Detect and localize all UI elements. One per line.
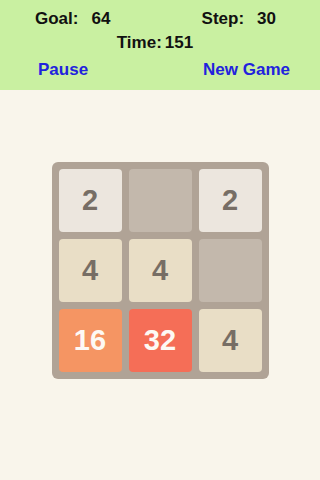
tile-number: 2	[222, 184, 238, 217]
tile-number: 32	[144, 324, 176, 357]
buttons-row: Pause New Game	[0, 53, 320, 80]
time-label: Time:	[117, 33, 162, 52]
app-screen: Goal:64 Step:30 Time:151 Pause New Game …	[0, 0, 320, 480]
stats-row: Goal:64 Step:30	[0, 0, 320, 29]
tile-r2c1: 4	[59, 239, 122, 302]
tile-r3c3: 4	[199, 309, 262, 372]
tile-r1c3: 2	[199, 169, 262, 232]
tile-r3c2: 32	[129, 309, 192, 372]
tile-number: 2	[82, 184, 98, 217]
new-game-button[interactable]: New Game	[203, 60, 290, 80]
goal-value: 64	[91, 9, 110, 28]
tile-number: 4	[82, 254, 98, 287]
tile-number: 4	[152, 254, 168, 287]
game-board[interactable]: 2 2 4 4 16 32 4	[52, 162, 269, 379]
goal-stat: Goal:64	[35, 9, 110, 29]
header: Goal:64 Step:30 Time:151 Pause New Game	[0, 0, 320, 90]
time-stat: Time:151	[0, 33, 315, 53]
step-stat: Step:30	[202, 9, 276, 29]
goal-label: Goal:	[35, 9, 78, 28]
tile-r2c3	[199, 239, 262, 302]
time-value: 151	[165, 33, 193, 52]
tile-number: 4	[222, 324, 238, 357]
step-value: 30	[257, 9, 276, 28]
step-label: Step:	[202, 9, 245, 28]
tile-number: 16	[74, 324, 106, 357]
pause-button[interactable]: Pause	[38, 60, 88, 80]
tile-r3c1: 16	[59, 309, 122, 372]
tile-r1c2	[129, 169, 192, 232]
tile-r1c1: 2	[59, 169, 122, 232]
tile-r2c2: 4	[129, 239, 192, 302]
